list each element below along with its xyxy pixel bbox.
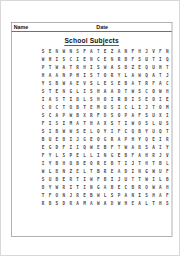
grid-cell: W [129, 120, 136, 128]
grid-cell: S [164, 200, 171, 208]
grid-cell: H [143, 160, 150, 168]
grid-cell: I [53, 56, 60, 64]
grid-cell: B [95, 168, 102, 176]
grid-cell: I [67, 184, 74, 192]
grid-cell: O [143, 184, 150, 192]
grid-cell: O [95, 128, 102, 136]
grid-cell: T [95, 72, 102, 80]
grid-cell: C [40, 104, 47, 112]
grid-cell: U [47, 176, 54, 184]
grid-cell: B [74, 96, 81, 104]
grid-cell: H [122, 200, 129, 208]
grid-cell: N [60, 88, 67, 96]
grid-cell: A [74, 120, 81, 128]
grid-cell: C [47, 112, 54, 120]
grid-cell: S [143, 144, 150, 152]
grid-cell: U [143, 56, 150, 64]
grid-cell: W [60, 48, 67, 56]
grid-cell: S [109, 104, 116, 112]
grid-cell: U [122, 176, 129, 184]
grid-cell: S [74, 48, 81, 56]
grid-cell: S [40, 88, 47, 96]
grid-cell: D [116, 88, 123, 96]
grid-cell: F [150, 80, 157, 88]
grid-cell: L [81, 152, 88, 160]
grid-cell: W [116, 200, 123, 208]
grid-cell: F [60, 144, 67, 152]
grid-cell: F [95, 112, 102, 120]
word-search-grid: SENWNSFATEZANFHJVFNWHISCIENCENRBFSUTIQPT… [40, 48, 171, 208]
grid-cell: F [109, 144, 116, 152]
grid-cell: T [150, 160, 157, 168]
grid-cell: B [122, 96, 129, 104]
grid-cell: V [150, 48, 157, 56]
grid-cell: E [95, 144, 102, 152]
grid-cell: L [129, 104, 136, 112]
grid-cell: P [116, 192, 123, 200]
grid-cell: A [157, 192, 164, 200]
grid-cell: J [157, 152, 164, 160]
grid-cell: S [109, 80, 116, 88]
grid-cell: E [74, 152, 81, 160]
grid-cell: Q [143, 64, 150, 72]
grid-cell: Q [157, 128, 164, 136]
grid-cell: D [122, 168, 129, 176]
grid-cell: S [143, 120, 150, 128]
grid-cell: H [40, 72, 47, 80]
grid-cell: I [116, 104, 123, 112]
grid-cell: I [109, 96, 116, 104]
grid-cell: A [109, 64, 116, 72]
grid-cell: C [53, 104, 60, 112]
grid-cell: S [109, 192, 116, 200]
worksheet-frame: Name Date School Subjects SENWNSFATEZANF… [11, 22, 172, 237]
grid-cell: U [150, 128, 157, 136]
worksheet-page: Name Date School Subjects SENWNSFATEZANF… [0, 0, 180, 256]
grid-cell: N [102, 152, 109, 160]
grid-cell: T [129, 176, 136, 184]
grid-cell: O [95, 136, 102, 144]
grid-cell: P [67, 72, 74, 80]
grid-cell: O [150, 96, 157, 104]
grid-cell: G [95, 184, 102, 192]
grid-cell: H [95, 96, 102, 104]
grid-cell: L [95, 80, 102, 88]
grid-cell: H [150, 192, 157, 200]
grid-cell: W [95, 200, 102, 208]
grid-cell: A [74, 200, 81, 208]
grid-cell: I [164, 112, 171, 120]
grid-cell: T [150, 200, 157, 208]
grid-cell: R [102, 168, 109, 176]
grid-cell: S [88, 88, 95, 96]
grid-cell: H [164, 88, 171, 96]
grid-cell: F [81, 48, 88, 56]
grid-cell: B [122, 56, 129, 64]
grid-cell: F [47, 192, 54, 200]
grid-cell: E [116, 80, 123, 88]
grid-cell: B [40, 184, 47, 192]
grid-cell: L [88, 152, 95, 160]
grid-cell: B [88, 192, 95, 200]
grid-cell: E [74, 80, 81, 88]
grid-cell: A [47, 72, 54, 80]
grid-cell: W [150, 184, 157, 192]
grid-cell: I [136, 104, 143, 112]
grid-cell: S [95, 64, 102, 72]
grid-cell: N [67, 48, 74, 56]
grid-cell: L [157, 176, 164, 184]
grid-cell: S [40, 48, 47, 56]
grid-cell: W [40, 56, 47, 64]
grid-cell: F [116, 128, 123, 136]
grid-cell: X [102, 120, 109, 128]
grid-cell: B [157, 160, 164, 168]
grid-cell: T [40, 192, 47, 200]
grid-cell: T [74, 184, 81, 192]
grid-cell: R [74, 64, 81, 72]
grid-cell: Y [40, 80, 47, 88]
grid-cell: Y [47, 160, 54, 168]
grid-cell: A [60, 64, 67, 72]
grid-cell: T [81, 120, 88, 128]
grid-cell: W [157, 88, 164, 96]
grid-cell: E [81, 128, 88, 136]
grid-cell: H [164, 184, 171, 192]
grid-cell: F [164, 168, 171, 176]
grid-cell: U [150, 64, 157, 72]
grid-cell: C [67, 56, 74, 64]
grid-cell: B [53, 168, 60, 176]
grid-cell: I [81, 184, 88, 192]
grid-cell: I [136, 192, 143, 200]
grid-cell: V [81, 80, 88, 88]
grid-cell: B [74, 104, 81, 112]
grid-cell: Q [129, 128, 136, 136]
grid-cell: T [157, 72, 164, 80]
grid-cell: E [143, 96, 150, 104]
grid-cell: L [122, 72, 129, 80]
grid-cell: E [102, 160, 109, 168]
grid-cell: I [157, 136, 164, 144]
grid-cell: T [47, 64, 54, 72]
grid-cell: P [122, 112, 129, 120]
grid-cell: L [164, 160, 171, 168]
grid-cell: J [116, 176, 123, 184]
grid-cell: F [40, 152, 47, 160]
grid-cell: J [164, 72, 171, 80]
grid-cell: L [88, 128, 95, 136]
grid-cell: A [102, 88, 109, 96]
grid-cell: I [129, 168, 136, 176]
grid-cell: N [109, 56, 116, 64]
grid-cell: A [109, 88, 116, 96]
grid-cell: A [136, 200, 143, 208]
grid-cell: B [164, 176, 171, 184]
grid-cell: S [53, 120, 60, 128]
grid-cell: A [53, 112, 60, 120]
grid-cell: T [116, 120, 123, 128]
grid-cell: U [150, 112, 157, 120]
grid-cell: T [116, 160, 123, 168]
grid-cell: O [116, 112, 123, 120]
grid-cell: T [150, 104, 157, 112]
grid-cell: B [40, 136, 47, 144]
grid-cell: A [129, 144, 136, 152]
grid-cell: H [136, 48, 143, 56]
grid-cell: L [74, 88, 81, 96]
grid-cell: O [150, 88, 157, 96]
grid-cell: M [67, 120, 74, 128]
grid-cell: T [116, 144, 123, 152]
grid-cell: E [102, 48, 109, 56]
grid-cell: N [60, 168, 67, 176]
grid-cell: B [122, 64, 129, 72]
grid-cell: T [47, 88, 54, 96]
grid-cell: T [60, 104, 67, 112]
grid-cell: W [150, 168, 157, 176]
grid-cell: Y [47, 152, 54, 160]
grid-cell: B [102, 144, 109, 152]
grid-cell: B [129, 184, 136, 192]
grid-cell: A [150, 144, 157, 152]
grid-cell: O [102, 96, 109, 104]
grid-cell: G [109, 152, 116, 160]
grid-cell: E [116, 152, 123, 160]
grid-cell: S [164, 120, 171, 128]
grid-cell: U [157, 120, 164, 128]
grid-cell: B [53, 128, 60, 136]
grid-cell: T [95, 48, 102, 56]
grid-cell: E [88, 136, 95, 144]
grid-cell: L [102, 192, 109, 200]
grid-cell: T [74, 176, 81, 184]
grid-cell: I [67, 96, 74, 104]
grid-cell: Q [143, 136, 150, 144]
grid-cell: N [60, 72, 67, 80]
grid-cell: W [53, 64, 60, 72]
grid-cell: I [88, 64, 95, 72]
grid-cell: E [88, 104, 95, 112]
grid-cell: R [150, 152, 157, 160]
grid-cell: J [143, 48, 150, 56]
grid-cell: R [67, 200, 74, 208]
grid-cell: E [116, 184, 123, 192]
grid-cell: G [67, 88, 74, 96]
grid-cell: R [116, 96, 123, 104]
grid-cell: V [164, 152, 171, 160]
grid-cell: I [60, 120, 67, 128]
grid-cell: T [136, 176, 143, 184]
grid-cell: G [81, 136, 88, 144]
grid-cell: N [129, 192, 136, 200]
grid-cell: H [88, 120, 95, 128]
grid-cell: H [60, 160, 67, 168]
grid-cell: T [67, 64, 74, 72]
grid-cell: B [53, 160, 60, 168]
grid-cell: W [102, 64, 109, 72]
grid-cell: M [164, 104, 171, 112]
grid-cell: D [109, 200, 116, 208]
grid-cell: A [47, 96, 54, 104]
grid-cell: B [122, 80, 129, 88]
grid-cell: Y [47, 184, 54, 192]
grid-cell: X [157, 112, 164, 120]
date-label: Date [96, 24, 108, 30]
grid-cell: S [40, 128, 47, 136]
grid-cell: Z [129, 64, 136, 72]
grid-cell: O [136, 120, 143, 128]
grid-cell: Y [143, 128, 150, 136]
grid-cell: Y [116, 72, 123, 80]
grid-cell: R [95, 160, 102, 168]
grid-cell: Y [136, 136, 143, 144]
grid-cell: U [157, 168, 164, 176]
grid-cell: P [40, 64, 47, 72]
grid-cell: G [143, 168, 150, 176]
grid-cell: D [102, 112, 109, 120]
grid-cell: O [47, 104, 54, 112]
grid-cell: T [136, 160, 143, 168]
grid-cell: I [157, 144, 164, 152]
grid-cell: W [88, 144, 95, 152]
grid-cell: R [116, 56, 123, 64]
grid-cell: Q [81, 144, 88, 152]
grid-cell: W [143, 176, 150, 184]
grid-cell: B [136, 144, 143, 152]
grid-cell: A [116, 168, 123, 176]
grid-cell: B [74, 160, 81, 168]
grid-cell: J [74, 136, 81, 144]
grid-cell: A [129, 112, 136, 120]
grid-cell: P [67, 152, 74, 160]
grid-cell: S [116, 64, 123, 72]
grid-cell: E [136, 64, 143, 72]
grid-cell: C [122, 104, 129, 112]
grid-cell: I [122, 120, 129, 128]
grid-cell: E [60, 176, 67, 184]
grid-cell: B [74, 112, 81, 120]
grid-cell: D [53, 144, 60, 152]
grid-cell: W [40, 168, 47, 176]
grid-cell: U [102, 104, 109, 112]
grid-cell: B [122, 152, 129, 160]
grid-cell: S [143, 112, 150, 120]
grid-cell: H [143, 152, 150, 160]
grid-cell: C [122, 184, 129, 192]
grid-cell: M [95, 104, 102, 112]
grid-cell: C [122, 128, 129, 136]
page: Name Date School Subjects SENWNSFATEZANF… [1, 1, 180, 256]
grid-cell: B [102, 176, 109, 184]
grid-cell: W [53, 184, 60, 192]
grid-cell: H [157, 64, 164, 72]
grid-cell: G [47, 144, 54, 152]
grid-cell: S [53, 200, 60, 208]
grid-cell: A [116, 48, 123, 56]
grid-cell: O [67, 160, 74, 168]
grid-cell: E [81, 192, 88, 200]
grid-cell: E [129, 200, 136, 208]
grid-cell: S [109, 120, 116, 128]
grid-cell: E [150, 136, 157, 144]
grid-cell: I [67, 136, 74, 144]
page-title: School Subjects [12, 37, 172, 46]
grid-cell: I [74, 144, 81, 152]
grid-cell: W [60, 128, 67, 136]
grid-cell: S [136, 96, 143, 104]
grid-cell: H [157, 200, 164, 208]
grid-cell: N [136, 168, 143, 176]
grid-cell: D [60, 200, 67, 208]
grid-cell: I [157, 96, 164, 104]
grid-cell: B [109, 184, 116, 192]
name-label: Name [14, 24, 29, 30]
grid-cell: B [60, 136, 67, 144]
grid-cell: J [67, 192, 74, 200]
grid-cell: A [157, 184, 164, 192]
grid-cell: X [81, 112, 88, 120]
grid-cell: H [81, 64, 88, 72]
grid-cell: J [129, 160, 136, 168]
grid-cell: L [143, 200, 150, 208]
grid-cell: Y [102, 128, 109, 136]
grid-cell: F [40, 120, 47, 128]
grid-cell: H [47, 56, 54, 64]
grid-cell: E [40, 144, 47, 152]
grid-cell: I [122, 160, 129, 168]
grid-cell: W [67, 128, 74, 136]
grid-cell: F [95, 176, 102, 184]
grid-cell: S [88, 96, 95, 104]
grid-cell: G [102, 136, 109, 144]
grid-cell: A [95, 120, 102, 128]
grid-cell: I [81, 176, 88, 184]
grid-cell: H [74, 72, 81, 80]
grid-cell: A [157, 80, 164, 88]
grid-cell: E [53, 136, 60, 144]
grid-cell: E [81, 160, 88, 168]
grid-cell: F [129, 152, 136, 160]
grid-cell: N [122, 48, 129, 56]
grid-cell: A [129, 72, 136, 80]
grid-cell: U [47, 136, 54, 144]
grid-cell: S [60, 56, 67, 64]
grid-cell: E [164, 96, 171, 104]
grid-cell: S [60, 152, 67, 160]
grid-cell: W [95, 192, 102, 200]
grid-cell: R [88, 112, 95, 120]
grid-cell: E [102, 80, 109, 88]
grid-cell: S [88, 80, 95, 88]
grid-cell: H [95, 88, 102, 96]
grid-cell: I [109, 176, 116, 184]
grid-cell: L [53, 152, 60, 160]
grid-cell: W [88, 176, 95, 184]
grid-cell: I [74, 56, 81, 64]
grid-cell: F [136, 112, 143, 120]
grid-cell: A [150, 72, 157, 80]
grid-cell: W [129, 88, 136, 96]
grid-cell: T [164, 128, 171, 136]
grid-cell: B [53, 176, 60, 184]
grid-cell: C [95, 56, 102, 64]
grid-cell: R [60, 184, 67, 192]
grid-cell: A [53, 72, 60, 80]
grid-cell: I [47, 120, 54, 128]
grid-cell: C [143, 88, 150, 96]
grid-cell: B [53, 80, 60, 88]
